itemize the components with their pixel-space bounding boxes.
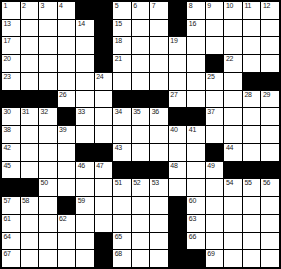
clue-number-9: 9	[207, 2, 211, 10]
cell-r9c8[interactable]	[132, 144, 150, 161]
cell-r13c8[interactable]	[132, 215, 150, 232]
cell-r12c1[interactable]: 57	[2, 197, 20, 214]
cell-r7c14[interactable]	[243, 108, 261, 125]
clue-number-61: 61	[4, 215, 11, 223]
clue-number-52: 52	[133, 179, 140, 187]
cell-r11c10[interactable]	[169, 179, 187, 196]
cell-r1c2[interactable]: 2	[21, 2, 39, 19]
cell-r5c1[interactable]: 23	[2, 73, 20, 90]
cell-r7c3[interactable]: 32	[39, 108, 57, 125]
cell-r13c3[interactable]	[39, 215, 57, 232]
clue-number-38: 38	[4, 126, 11, 134]
black-square-r6c3	[39, 91, 57, 108]
cell-r10c6[interactable]: 47	[95, 162, 113, 179]
clue-number-22: 22	[226, 55, 233, 63]
cell-r12c11[interactable]: 60	[187, 197, 205, 214]
cell-r3c5[interactable]	[76, 37, 94, 54]
cell-r14c12[interactable]	[206, 233, 224, 250]
cell-r13c4[interactable]: 62	[58, 215, 76, 232]
clue-number-13: 13	[4, 20, 11, 28]
cell-r2c3[interactable]	[39, 20, 57, 37]
clue-number-63: 63	[189, 215, 196, 223]
cell-r3c7[interactable]: 18	[113, 37, 131, 54]
cell-r4c1[interactable]: 20	[2, 55, 20, 72]
cell-r3c14[interactable]	[243, 37, 261, 54]
cell-r12c6[interactable]	[95, 197, 113, 214]
cell-r8c10[interactable]: 40	[169, 126, 187, 143]
cell-r10c11[interactable]	[187, 162, 205, 179]
cell-r11c15[interactable]: 56	[261, 179, 279, 196]
clue-number-16: 16	[189, 20, 196, 28]
clue-number-45: 45	[4, 162, 11, 170]
black-square-r6c9	[150, 91, 168, 108]
cell-r15c9[interactable]	[150, 250, 168, 267]
cell-r11c7[interactable]: 51	[113, 179, 131, 196]
black-square-r5c15	[261, 73, 279, 90]
cell-r4c13[interactable]: 22	[224, 55, 242, 72]
clue-number-41: 41	[189, 126, 196, 134]
cell-r15c5[interactable]	[76, 250, 94, 267]
black-square-r14c10	[169, 233, 187, 250]
clue-number-54: 54	[226, 179, 233, 187]
cell-r11c4[interactable]	[58, 179, 76, 196]
cell-r9c3[interactable]	[39, 144, 57, 161]
cell-r15c7[interactable]: 68	[113, 250, 131, 267]
cell-r8c15[interactable]	[261, 126, 279, 143]
black-square-r15c11	[187, 250, 205, 267]
cell-r13c5[interactable]	[76, 215, 94, 232]
black-square-r4c6	[95, 55, 113, 72]
clue-number-3: 3	[41, 2, 45, 10]
cell-r10c5[interactable]: 46	[76, 162, 94, 179]
cell-r1c14[interactable]: 11	[243, 2, 261, 19]
cell-r1c13[interactable]: 10	[224, 2, 242, 19]
black-square-r7c4	[58, 108, 76, 125]
cell-r12c9[interactable]	[150, 197, 168, 214]
clue-number-44: 44	[226, 144, 233, 152]
cell-r3c12[interactable]	[206, 37, 224, 54]
black-square-r10c15	[261, 162, 279, 179]
cell-r13c13[interactable]	[224, 215, 242, 232]
cell-r1c4[interactable]: 4	[58, 2, 76, 19]
clue-number-10: 10	[226, 2, 233, 10]
cell-r6c10[interactable]: 27	[169, 91, 187, 108]
cell-r9c10[interactable]	[169, 144, 187, 161]
clue-number-53: 53	[152, 179, 159, 187]
cell-r4c15[interactable]	[261, 55, 279, 72]
clue-number-65: 65	[115, 233, 122, 241]
cell-r11c14[interactable]: 55	[243, 179, 261, 196]
cell-r5c2[interactable]	[21, 73, 39, 90]
clue-number-15: 15	[115, 20, 122, 28]
cell-r10c10[interactable]: 48	[169, 162, 187, 179]
cell-r12c14[interactable]	[243, 197, 261, 214]
cell-r13c15[interactable]	[261, 215, 279, 232]
black-square-r14c6	[95, 233, 113, 250]
cell-r3c4[interactable]	[58, 37, 76, 54]
cell-r1c7[interactable]: 5	[113, 2, 131, 19]
cell-r15c8[interactable]	[132, 250, 150, 267]
black-square-r9c6	[95, 144, 113, 161]
clue-number-17: 17	[4, 37, 11, 45]
cell-r8c5[interactable]	[76, 126, 94, 143]
cell-r4c5[interactable]	[76, 55, 94, 72]
cell-r13c9[interactable]	[150, 215, 168, 232]
black-square-r9c5	[76, 144, 94, 161]
cell-r8c4[interactable]: 39	[58, 126, 76, 143]
black-square-r10c13	[224, 162, 242, 179]
clue-number-24: 24	[96, 73, 103, 81]
cell-r2c8[interactable]	[132, 20, 150, 37]
cell-r15c13[interactable]	[224, 250, 242, 267]
black-square-r12c4	[58, 197, 76, 214]
clue-number-51: 51	[115, 179, 122, 187]
cell-r5c11[interactable]	[187, 73, 205, 90]
black-square-r11c1	[2, 179, 20, 196]
clue-number-49: 49	[207, 162, 214, 170]
cell-r7c8[interactable]: 35	[132, 108, 150, 125]
cell-r2c2[interactable]	[21, 20, 39, 37]
cell-r3c9[interactable]	[150, 37, 168, 54]
black-square-r10c14	[243, 162, 261, 179]
cell-r2c1[interactable]: 13	[2, 20, 20, 37]
cell-r4c2[interactable]	[21, 55, 39, 72]
cell-r12c2[interactable]: 58	[21, 197, 39, 214]
clue-number-29: 29	[263, 91, 270, 99]
clue-number-11: 11	[244, 2, 251, 10]
clue-number-32: 32	[41, 108, 48, 116]
black-square-r5c14	[243, 73, 261, 90]
cell-r13c12[interactable]	[206, 215, 224, 232]
clue-number-30: 30	[4, 108, 11, 116]
clue-number-60: 60	[189, 197, 196, 205]
clue-number-40: 40	[170, 126, 177, 134]
cell-r3c15[interactable]	[261, 37, 279, 54]
cell-r1c3[interactable]: 3	[39, 2, 57, 19]
cell-r10c1[interactable]: 45	[2, 162, 20, 179]
cell-r3c1[interactable]: 17	[2, 37, 20, 54]
cell-r5c4[interactable]	[58, 73, 76, 90]
cell-r12c3[interactable]	[39, 197, 57, 214]
cell-r9c9[interactable]	[150, 144, 168, 161]
cell-r13c11[interactable]: 63	[187, 215, 205, 232]
cell-r9c2[interactable]	[21, 144, 39, 161]
cell-r6c5[interactable]	[76, 91, 94, 108]
black-square-r3c6	[95, 37, 113, 54]
clue-number-12: 12	[263, 2, 270, 10]
cell-r14c15[interactable]	[261, 233, 279, 250]
cell-r1c11[interactable]: 8	[187, 2, 205, 19]
cell-r9c7[interactable]: 43	[113, 144, 131, 161]
black-square-r7c10	[169, 108, 187, 125]
black-square-r1c10	[169, 2, 187, 19]
clue-number-47: 47	[96, 162, 103, 170]
cell-r6c6[interactable]	[95, 91, 113, 108]
cell-r14c5[interactable]	[76, 233, 94, 250]
cell-r4c14[interactable]	[243, 55, 261, 72]
cell-r3c11[interactable]	[187, 37, 205, 54]
cell-r6c11[interactable]	[187, 91, 205, 108]
cell-r3c8[interactable]	[132, 37, 150, 54]
cell-r1c9[interactable]: 7	[150, 2, 168, 19]
cell-r2c15[interactable]	[261, 20, 279, 37]
cell-r14c13[interactable]	[224, 233, 242, 250]
cell-r10c4[interactable]	[58, 162, 76, 179]
black-square-r10c7	[113, 162, 131, 179]
cell-r5c3[interactable]	[39, 73, 57, 90]
cell-r12c12[interactable]	[206, 197, 224, 214]
cell-r7c12[interactable]: 37	[206, 108, 224, 125]
clue-number-62: 62	[59, 215, 66, 223]
cell-r6c4[interactable]: 26	[58, 91, 76, 108]
clue-number-5: 5	[115, 2, 119, 10]
clue-number-20: 20	[4, 55, 11, 63]
cell-r4c10[interactable]	[169, 55, 187, 72]
crossword-board: 1234567891011121314151617181920212223242…	[0, 0, 281, 269]
cell-r10c3[interactable]	[39, 162, 57, 179]
cell-r5c8[interactable]	[132, 73, 150, 90]
cell-r4c11[interactable]	[187, 55, 205, 72]
clue-number-28: 28	[244, 91, 251, 99]
clue-number-42: 42	[4, 144, 11, 152]
clue-number-56: 56	[263, 179, 270, 187]
clue-number-6: 6	[133, 2, 137, 10]
cell-r2c7[interactable]: 15	[113, 20, 131, 37]
cell-r13c2[interactable]	[21, 215, 39, 232]
cell-r10c2[interactable]	[21, 162, 39, 179]
cell-r8c7[interactable]	[113, 126, 131, 143]
black-square-r4c12	[206, 55, 224, 72]
clue-number-50: 50	[41, 179, 48, 187]
cell-r3c10[interactable]: 19	[169, 37, 187, 54]
cell-r4c4[interactable]	[58, 55, 76, 72]
cell-r1c15[interactable]: 12	[261, 2, 279, 19]
cell-r15c14[interactable]	[243, 250, 261, 267]
cell-r2c14[interactable]	[243, 20, 261, 37]
cell-r11c3[interactable]: 50	[39, 179, 57, 196]
cell-r3c2[interactable]	[21, 37, 39, 54]
cell-r14c2[interactable]	[21, 233, 39, 250]
cell-r6c15[interactable]: 29	[261, 91, 279, 108]
black-square-r6c1	[2, 91, 20, 108]
cell-r12c8[interactable]	[132, 197, 150, 214]
cell-r15c1[interactable]: 67	[2, 250, 20, 267]
clue-number-7: 7	[152, 2, 156, 10]
cell-r6c12[interactable]	[206, 91, 224, 108]
cell-r12c7[interactable]	[113, 197, 131, 214]
cell-r12c5[interactable]: 59	[76, 197, 94, 214]
cell-r4c8[interactable]	[132, 55, 150, 72]
clue-number-68: 68	[115, 250, 122, 258]
cell-r15c12[interactable]: 69	[206, 250, 224, 267]
cell-r6c13[interactable]	[224, 91, 242, 108]
cell-r15c2[interactable]	[21, 250, 39, 267]
black-square-r6c7	[113, 91, 131, 108]
cell-r11c5[interactable]	[76, 179, 94, 196]
black-square-r2c6	[95, 20, 113, 37]
cell-r7c5[interactable]: 33	[76, 108, 94, 125]
cell-r2c13[interactable]	[224, 20, 242, 37]
cell-r12c15[interactable]	[261, 197, 279, 214]
cell-r7c15[interactable]	[261, 108, 279, 125]
clue-number-19: 19	[170, 37, 177, 45]
clue-number-35: 35	[133, 108, 140, 116]
cell-r7c1[interactable]: 30	[2, 108, 20, 125]
black-square-r6c8	[132, 91, 150, 108]
cell-r8c8[interactable]	[132, 126, 150, 143]
cell-r7c13[interactable]	[224, 108, 242, 125]
black-square-r10c8	[132, 162, 150, 179]
cell-r8c3[interactable]	[39, 126, 57, 143]
black-square-r15c10	[169, 250, 187, 267]
clue-number-43: 43	[115, 144, 122, 152]
clue-number-2: 2	[22, 2, 26, 10]
cell-r1c8[interactable]: 6	[132, 2, 150, 19]
black-square-r10c9	[150, 162, 168, 179]
black-square-r7c11	[187, 108, 205, 125]
clue-number-1: 1	[4, 2, 8, 10]
clue-number-48: 48	[170, 162, 177, 170]
cell-r14c8[interactable]	[132, 233, 150, 250]
clue-number-36: 36	[152, 108, 159, 116]
cell-r9c15[interactable]	[261, 144, 279, 161]
black-square-r1c5	[76, 2, 94, 19]
cell-r7c6[interactable]	[95, 108, 113, 125]
cell-r2c12[interactable]	[206, 20, 224, 37]
cell-r7c2[interactable]: 31	[21, 108, 39, 125]
cell-r5c6[interactable]: 24	[95, 73, 113, 90]
clue-number-59: 59	[78, 197, 85, 205]
cell-r15c15[interactable]	[261, 250, 279, 267]
clue-number-4: 4	[59, 2, 63, 10]
cell-r14c11[interactable]: 66	[187, 233, 205, 250]
clue-number-25: 25	[207, 73, 214, 81]
cell-r7c7[interactable]: 34	[113, 108, 131, 125]
cell-r10c12[interactable]: 49	[206, 162, 224, 179]
cell-r11c13[interactable]: 54	[224, 179, 242, 196]
cell-r9c13[interactable]: 44	[224, 144, 242, 161]
cell-r8c6[interactable]	[95, 126, 113, 143]
cell-r1c1[interactable]: 1	[2, 2, 20, 19]
black-square-r2c10	[169, 20, 187, 37]
cell-r14c14[interactable]	[243, 233, 261, 250]
clue-number-14: 14	[78, 20, 85, 28]
clue-number-64: 64	[4, 233, 11, 241]
cell-r2c9[interactable]	[150, 20, 168, 37]
black-square-r13c10	[169, 215, 187, 232]
cell-r14c7[interactable]: 65	[113, 233, 131, 250]
cell-r1c12[interactable]: 9	[206, 2, 224, 19]
cell-r9c4[interactable]	[58, 144, 76, 161]
cell-r8c11[interactable]: 41	[187, 126, 205, 143]
cell-r11c11[interactable]	[187, 179, 205, 196]
cell-r4c7[interactable]: 21	[113, 55, 131, 72]
clue-number-66: 66	[189, 233, 196, 241]
cell-r14c9[interactable]	[150, 233, 168, 250]
cell-r2c11[interactable]: 16	[187, 20, 205, 37]
cell-r11c9[interactable]: 53	[150, 179, 168, 196]
cell-r7c9[interactable]: 36	[150, 108, 168, 125]
black-square-r9c12	[206, 144, 224, 161]
black-square-r6c2	[21, 91, 39, 108]
cell-r5c13[interactable]	[224, 73, 242, 90]
clue-number-31: 31	[22, 108, 29, 116]
clue-number-55: 55	[244, 179, 251, 187]
cell-r2c4[interactable]	[58, 20, 76, 37]
clue-number-39: 39	[59, 126, 66, 134]
cell-r9c11[interactable]	[187, 144, 205, 161]
clue-number-67: 67	[4, 250, 11, 258]
cell-r2c5[interactable]: 14	[76, 20, 94, 37]
cell-r11c12[interactable]	[206, 179, 224, 196]
cell-r8c9[interactable]	[150, 126, 168, 143]
cell-r11c8[interactable]: 52	[132, 179, 150, 196]
cell-r8c14[interactable]	[243, 126, 261, 143]
cell-r13c1[interactable]: 61	[2, 215, 20, 232]
clue-number-27: 27	[170, 91, 177, 99]
cell-r8c2[interactable]	[21, 126, 39, 143]
cell-r8c13[interactable]	[224, 126, 242, 143]
cell-r3c3[interactable]	[39, 37, 57, 54]
cell-r11c6[interactable]	[95, 179, 113, 196]
clue-number-58: 58	[22, 197, 29, 205]
clue-number-37: 37	[207, 108, 214, 116]
clue-number-8: 8	[189, 2, 193, 10]
cell-r8c12[interactable]	[206, 126, 224, 143]
cell-r5c5[interactable]	[76, 73, 94, 90]
cell-r13c14[interactable]	[243, 215, 261, 232]
black-square-r11c2	[21, 179, 39, 196]
clue-number-46: 46	[78, 162, 85, 170]
cell-r9c1[interactable]: 42	[2, 144, 20, 161]
cell-r5c7[interactable]	[113, 73, 131, 90]
cell-r13c6[interactable]	[95, 215, 113, 232]
cell-r8c1[interactable]: 38	[2, 126, 20, 143]
cell-r4c9[interactable]	[150, 55, 168, 72]
black-square-r12c10	[169, 197, 187, 214]
cell-r15c3[interactable]	[39, 250, 57, 267]
black-square-r1c6	[95, 2, 113, 19]
cell-r15c4[interactable]	[58, 250, 76, 267]
clue-number-34: 34	[115, 108, 122, 116]
clue-number-23: 23	[4, 73, 11, 81]
clue-number-18: 18	[115, 37, 122, 45]
cell-r14c4[interactable]	[58, 233, 76, 250]
clue-number-57: 57	[4, 197, 11, 205]
cell-r6c14[interactable]: 28	[243, 91, 261, 108]
cell-r5c9[interactable]	[150, 73, 168, 90]
black-square-r15c6	[95, 250, 113, 267]
cell-r14c1[interactable]: 64	[2, 233, 20, 250]
cell-r12c13[interactable]	[224, 197, 242, 214]
clue-number-69: 69	[207, 250, 214, 258]
cell-r14c3[interactable]	[39, 233, 57, 250]
clue-number-33: 33	[78, 108, 85, 116]
cell-r5c12[interactable]: 25	[206, 73, 224, 90]
clue-number-26: 26	[59, 91, 66, 99]
cell-r13c7[interactable]	[113, 215, 131, 232]
cell-r3c13[interactable]	[224, 37, 242, 54]
clue-number-21: 21	[115, 55, 122, 63]
cell-r5c10[interactable]	[169, 73, 187, 90]
cell-r4c3[interactable]	[39, 55, 57, 72]
cell-r9c14[interactable]	[243, 144, 261, 161]
